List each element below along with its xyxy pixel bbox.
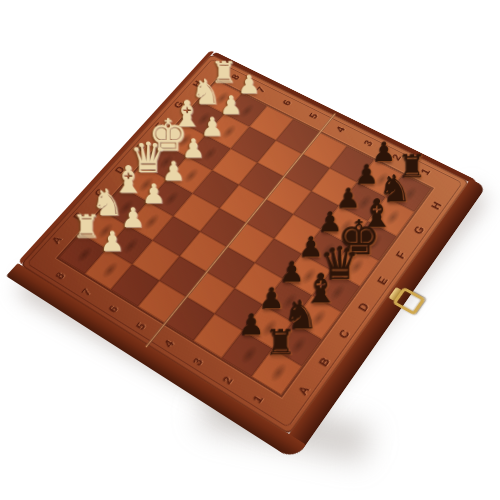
board-face: ♜♞♝♛♚♝♞♜♟♟♟♟♟♟♟♟♟♟♟♟♟♟♟♟♜♞♝♛♚♝♞♜ AABBCCD… (19, 54, 469, 436)
board-grid: ♜♞♝♛♚♝♞♜♟♟♟♟♟♟♟♟♟♟♟♟♟♟♟♟♜♞♝♛♚♝♞♜ (56, 79, 434, 398)
chess-board: ♜♞♝♛♚♝♞♜♟♟♟♟♟♟♟♟♟♟♟♟♟♟♟♟♜♞♝♛♚♝♞♜ AABBCCD… (19, 54, 469, 436)
dark-rook-icon: ♜ (246, 309, 316, 374)
product-photo-scene: ♜♞♝♛♚♝♞♜♟♟♟♟♟♟♟♟♟♟♟♟♟♟♟♟♜♞♝♛♚♝♞♜ AABBCCD… (0, 0, 500, 500)
light-pawn-icon: ♟ (80, 210, 145, 271)
